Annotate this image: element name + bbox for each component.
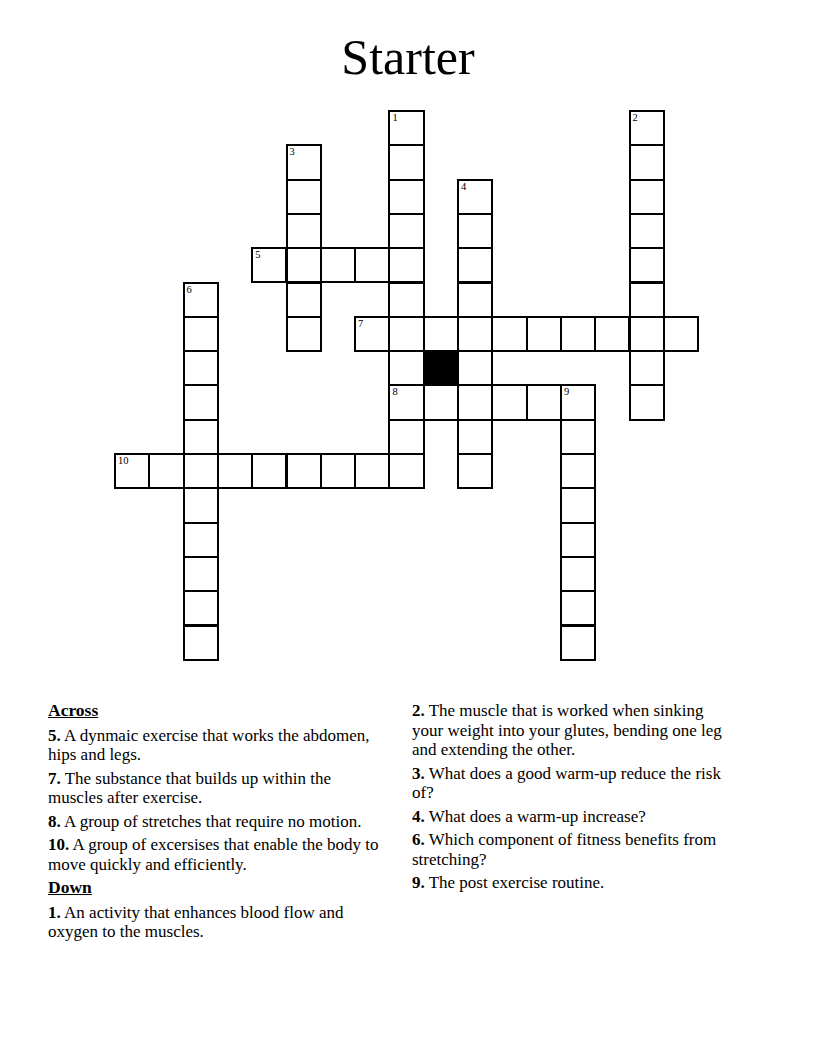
clue-number: 5.	[48, 726, 61, 745]
clue-across-8: 8. A group of stretches that require no …	[48, 812, 386, 832]
cell-r15c13[interactable]	[560, 625, 596, 661]
cell-r15c2[interactable]	[183, 625, 219, 661]
cell-r1c5[interactable]: 3	[286, 144, 322, 180]
cell-r10c7[interactable]	[354, 453, 390, 489]
cell-r7c10[interactable]	[457, 350, 493, 386]
cell-number-5: 5	[255, 249, 260, 261]
clue-across-5: 5. A dynmaic exercise that works the abd…	[48, 726, 386, 765]
cell-r14c13[interactable]	[560, 590, 596, 626]
cell-r2c15[interactable]	[629, 179, 665, 215]
clue-number: 4.	[412, 807, 425, 826]
cell-r12c2[interactable]	[183, 522, 219, 558]
cell-r10c6[interactable]	[320, 453, 356, 489]
cell-r10c1[interactable]	[148, 453, 184, 489]
down-clue-list-right: 2. The muscle that is worked when sinkin…	[412, 701, 738, 897]
clue-number: 2.	[412, 701, 425, 720]
cell-r3c8[interactable]	[388, 213, 424, 249]
clue-number: 3.	[412, 764, 425, 783]
cell-r4c6[interactable]	[320, 247, 356, 283]
cell-r6c9[interactable]	[423, 316, 459, 352]
cell-r12c13[interactable]	[560, 522, 596, 558]
cell-r4c5[interactable]	[286, 247, 322, 283]
cell-r6c8[interactable]	[388, 316, 424, 352]
cell-r8c10[interactable]	[457, 384, 493, 420]
cell-number-6: 6	[187, 284, 192, 296]
cell-r1c15[interactable]	[629, 144, 665, 180]
clue-text: A group of stretches that require no mot…	[61, 812, 362, 831]
cell-r4c7[interactable]	[354, 247, 390, 283]
cell-r3c5[interactable]	[286, 213, 322, 249]
clue-down-9: 9. The post exercise routine.	[412, 873, 738, 893]
cell-r6c10[interactable]	[457, 316, 493, 352]
cell-r6c12[interactable]	[526, 316, 562, 352]
cell-r4c8[interactable]	[388, 247, 424, 283]
cell-number-2: 2	[633, 112, 638, 124]
clue-number: 7.	[48, 769, 61, 788]
clue-text: What does a warm-up increase?	[425, 807, 646, 826]
cell-r3c10[interactable]	[457, 213, 493, 249]
cell-r6c15[interactable]	[629, 316, 665, 352]
cell-r8c2[interactable]	[183, 384, 219, 420]
cell-r2c8[interactable]	[388, 179, 424, 215]
cell-r6c13[interactable]	[560, 316, 596, 352]
clue-text: What does a good warm-up reduce the risk…	[412, 764, 721, 803]
cell-r10c8[interactable]	[388, 453, 424, 489]
cell-r10c13[interactable]	[560, 453, 596, 489]
clue-number: 1.	[48, 903, 61, 922]
clue-number: 6.	[412, 830, 425, 849]
cell-r11c2[interactable]	[183, 487, 219, 523]
cell-r6c14[interactable]	[594, 316, 630, 352]
cell-r13c2[interactable]	[183, 556, 219, 592]
puzzle-title: Starter	[0, 30, 816, 85]
cell-r10c2[interactable]	[183, 453, 219, 489]
clue-number: 8.	[48, 812, 61, 831]
cell-r9c13[interactable]	[560, 419, 596, 455]
cell-r6c5[interactable]	[286, 316, 322, 352]
cell-r6c2[interactable]	[183, 316, 219, 352]
cell-number-7: 7	[358, 318, 363, 330]
cell-r9c2[interactable]	[183, 419, 219, 455]
cell-number-10: 10	[118, 455, 129, 467]
crossword-grid: 12345678910	[115, 111, 700, 662]
cell-number-9: 9	[564, 386, 569, 398]
cell-r10c5[interactable]	[286, 453, 322, 489]
cell-r8c15[interactable]	[629, 384, 665, 420]
cell-r8c11[interactable]	[491, 384, 527, 420]
clue-text: Which component of fitness benefits from…	[412, 830, 716, 869]
cell-number-4: 4	[461, 181, 466, 193]
cell-r11c13[interactable]	[560, 487, 596, 523]
cell-r5c15[interactable]	[629, 282, 665, 318]
clue-down-2: 2. The muscle that is worked when sinkin…	[412, 701, 738, 760]
cell-r10c10[interactable]	[457, 453, 493, 489]
clue-down-3: 3. What does a good warm-up reduce the r…	[412, 764, 738, 803]
clues-left-column: Across 5. A dynmaic exercise that works …	[48, 701, 386, 946]
cell-r7c15[interactable]	[629, 350, 665, 386]
clue-across-10: 10. A group of excersises that enable th…	[48, 835, 386, 874]
cell-r4c10[interactable]	[457, 247, 493, 283]
down-heading: Down	[48, 878, 386, 898]
cell-r0c15[interactable]: 2	[629, 110, 665, 146]
clue-text: The substance that builds up within the …	[48, 769, 331, 808]
cell-r2c5[interactable]	[286, 179, 322, 215]
cell-r10c3[interactable]	[217, 453, 253, 489]
cell-r6c11[interactable]	[491, 316, 527, 352]
cell-r6c7[interactable]: 7	[354, 316, 390, 352]
cell-r8c9[interactable]	[423, 384, 459, 420]
clue-text: The post exercise routine.	[425, 873, 605, 892]
cell-r4c15[interactable]	[629, 247, 665, 283]
clue-down-1: 1. An activity that enhances blood flow …	[48, 903, 386, 942]
cell-r5c10[interactable]	[457, 282, 493, 318]
cell-r9c8[interactable]	[388, 419, 424, 455]
cell-number-3: 3	[290, 146, 295, 158]
cell-r8c12[interactable]	[526, 384, 562, 420]
down-clue-list-left: 1. An activity that enhances blood flow …	[48, 903, 386, 942]
clue-down-6: 6. Which component of fitness benefits f…	[412, 830, 738, 869]
clue-text: An activity that enhances blood flow and…	[48, 903, 344, 942]
cell-r1c8[interactable]	[388, 144, 424, 180]
cell-r3c15[interactable]	[629, 213, 665, 249]
cell-r10c4[interactable]	[251, 453, 287, 489]
clue-number: 10.	[48, 835, 69, 854]
cell-r5c2[interactable]: 6	[183, 282, 219, 318]
clue-down-4: 4. What does a warm-up increase?	[412, 807, 738, 827]
cell-r5c5[interactable]	[286, 282, 322, 318]
cell-r8c13[interactable]: 9	[560, 384, 596, 420]
cell-r7c2[interactable]	[183, 350, 219, 386]
cell-r13c13[interactable]	[560, 556, 596, 592]
clue-across-7: 7. The substance that builds up within t…	[48, 769, 386, 808]
clue-text: The muscle that is worked when sinking y…	[412, 701, 722, 759]
cell-r8c8[interactable]: 8	[388, 384, 424, 420]
cell-r5c8[interactable]	[388, 282, 424, 318]
cell-r2c10[interactable]: 4	[457, 179, 493, 215]
clue-text: A dynmaic exercise that works the abdome…	[48, 726, 370, 765]
clue-text: A group of excersises that enable the bo…	[48, 835, 378, 874]
cell-r6c16[interactable]	[663, 316, 699, 352]
black-cell-r7c9	[423, 350, 459, 386]
clue-number: 9.	[412, 873, 425, 892]
across-clue-list: 5. A dynmaic exercise that works the abd…	[48, 726, 386, 875]
cell-r9c10[interactable]	[457, 419, 493, 455]
cell-number-8: 8	[392, 386, 397, 398]
cell-r14c2[interactable]	[183, 590, 219, 626]
cell-r0c8[interactable]: 1	[388, 110, 424, 146]
cell-r4c4[interactable]: 5	[251, 247, 287, 283]
cell-r10c0[interactable]: 10	[114, 453, 150, 489]
cell-r7c8[interactable]	[388, 350, 424, 386]
cell-number-1: 1	[392, 112, 397, 124]
crossword-page: Starter 12345678910 Across 5. A dynmaic …	[0, 0, 816, 1056]
across-heading: Across	[48, 701, 386, 721]
